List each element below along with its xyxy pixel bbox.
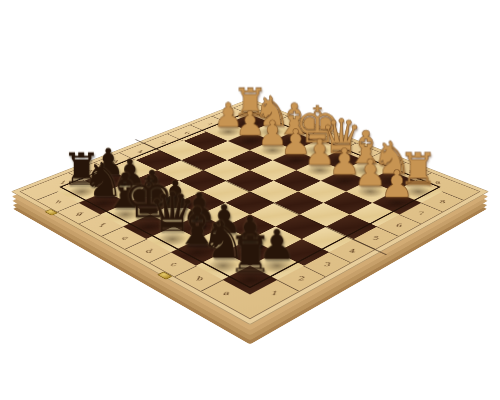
coordinate-text: b (195, 275, 202, 281)
coordinate-text: e (121, 235, 128, 240)
coordinate-text: a (434, 180, 441, 184)
coordinate-text: 8 (228, 114, 233, 118)
coordinate-text: 7 (417, 211, 424, 216)
coordinate-text: g (288, 122, 293, 126)
coordinate-text: 5 (372, 235, 379, 240)
coordinate-text: g (75, 211, 82, 216)
piece-shadow (156, 206, 194, 224)
coordinate-text: d (357, 150, 363, 154)
coordinate-text: 4 (137, 150, 143, 154)
coordinate-text: c (170, 261, 176, 267)
product-photo-canvas: hgfedcba8♜♞♝♚♛♝♞♜87♟♟♟♟♟♟♟♟7665544332♟♟♟… (0, 0, 500, 400)
square-a8: ♜ (394, 181, 442, 203)
coordinate-text: e (333, 140, 338, 144)
coordinate-text: 1 (271, 290, 278, 296)
square-h1: ♜ (58, 181, 106, 203)
chess-scene: hgfedcba8♜♞♝♚♛♝♞♜87♟♟♟♟♟♟♟♟7665544332♟♟♟… (0, 0, 500, 400)
coordinate-text: h (266, 114, 271, 118)
piece-shadow (277, 134, 311, 148)
coordinate-text: 6 (395, 223, 402, 228)
board-top-face: hgfedcba8♜♞♝♚♛♝♞♜87♟♟♟♟♟♟♟♟7665544332♟♟♟… (11, 98, 489, 325)
coordinate-text: 1 (59, 180, 66, 184)
coordinate-text: 3 (324, 261, 331, 267)
coordinate-text: a (222, 290, 228, 296)
piece-shadow (324, 153, 359, 168)
board-ring: hgfedcba8♜♞♝♚♛♝♞♜87♟♟♟♟♟♟♟♟7665544332♟♟♟… (21, 102, 479, 319)
coordinate-text: d (144, 248, 151, 254)
piece-shadow (106, 206, 144, 224)
coordinate-text: f (311, 131, 314, 135)
coordinate-text: f (99, 223, 104, 228)
coordinate-text: h (54, 199, 61, 204)
coordinate-text: 2 (298, 275, 305, 281)
piece-shadow (129, 217, 168, 236)
coordinate-text: 8 (439, 199, 446, 204)
coordinate-text: 7 (207, 122, 212, 126)
border-corner (442, 183, 479, 200)
coordinate-text: 5 (161, 140, 167, 144)
coordinate-text: b (407, 169, 414, 173)
border-corner (228, 295, 272, 319)
piece-shadow (233, 134, 267, 148)
coordinate-text: c (382, 159, 388, 163)
chess-board: hgfedcba8♜♞♝♚♛♝♞♜87♟♟♟♟♟♟♟♟7665544332♟♟♟… (11, 99, 489, 326)
coordinate-text: 4 (348, 248, 355, 254)
coordinate-text: 2 (86, 169, 93, 173)
coordinate-text: 6 (184, 131, 190, 135)
file-label-a-far: a (415, 173, 458, 192)
coordinate-text: 3 (112, 159, 118, 163)
square-c5 (274, 192, 323, 215)
square-c3 (225, 214, 276, 239)
